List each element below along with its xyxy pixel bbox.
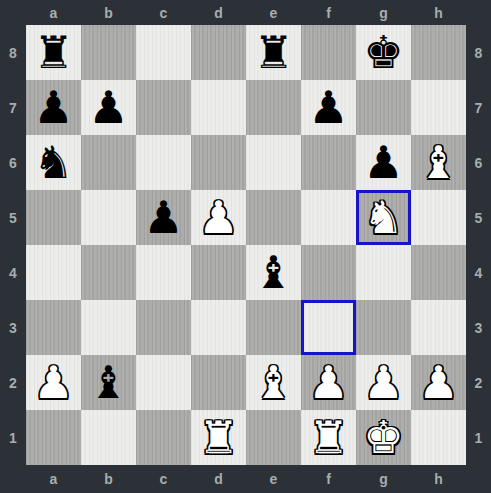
square-f2[interactable]: ♟ xyxy=(301,355,356,410)
square-h7[interactable] xyxy=(411,80,466,135)
square-b1[interactable] xyxy=(81,410,136,465)
rank-label-right-2: 2 xyxy=(466,375,491,391)
rank-label-left-2: 2 xyxy=(0,375,26,391)
rank-label-right-7: 7 xyxy=(466,100,491,116)
black-pawn-c5[interactable]: ♟ xyxy=(136,190,191,245)
black-bishop-b2[interactable]: ♝ xyxy=(81,355,136,410)
square-d5[interactable]: ♟ xyxy=(191,190,246,245)
white-king-g1[interactable]: ♚ xyxy=(356,410,411,465)
square-f3[interactable] xyxy=(301,300,356,355)
file-labels-bottom: abcdefgh xyxy=(26,465,466,493)
square-h2[interactable]: ♟ xyxy=(411,355,466,410)
black-bishop-e4[interactable]: ♝ xyxy=(246,245,301,300)
frame-corner xyxy=(466,465,491,493)
square-b7[interactable]: ♟ xyxy=(81,80,136,135)
square-h3[interactable] xyxy=(411,300,466,355)
frame-corner xyxy=(466,0,491,25)
square-f5[interactable] xyxy=(301,190,356,245)
rank-label-left-6: 6 xyxy=(0,155,26,171)
square-h4[interactable] xyxy=(411,245,466,300)
square-d7[interactable] xyxy=(191,80,246,135)
square-f4[interactable] xyxy=(301,245,356,300)
white-rook-f1[interactable]: ♜ xyxy=(301,410,356,465)
black-pawn-g6[interactable]: ♟ xyxy=(356,135,411,190)
black-rook-a8[interactable]: ♜ xyxy=(26,25,81,80)
file-label-top-d: d xyxy=(191,5,246,21)
square-e6[interactable] xyxy=(246,135,301,190)
square-a8[interactable]: ♜ xyxy=(26,25,81,80)
square-b5[interactable] xyxy=(81,190,136,245)
file-label-top-h: h xyxy=(411,5,466,21)
file-label-top-a: a xyxy=(26,5,81,21)
file-label-bottom-e: e xyxy=(246,471,301,487)
square-h5[interactable] xyxy=(411,190,466,245)
file-label-bottom-b: b xyxy=(81,471,136,487)
square-e8[interactable]: ♜ xyxy=(246,25,301,80)
square-c6[interactable] xyxy=(136,135,191,190)
rank-label-right-5: 5 xyxy=(466,210,491,226)
square-c7[interactable] xyxy=(136,80,191,135)
square-c3[interactable] xyxy=(136,300,191,355)
square-a7[interactable]: ♟ xyxy=(26,80,81,135)
square-h8[interactable] xyxy=(411,25,466,80)
square-g1[interactable]: ♚ xyxy=(356,410,411,465)
black-king-g8[interactable]: ♚ xyxy=(356,25,411,80)
white-pawn-a2[interactable]: ♟ xyxy=(26,355,81,410)
chess-board: ♜♜♚♟♟♟♞♟♝♟♟♞♝♟♝♝♟♟♟♜♜♚ xyxy=(26,25,466,465)
square-c4[interactable] xyxy=(136,245,191,300)
square-c8[interactable] xyxy=(136,25,191,80)
square-d1[interactable]: ♜ xyxy=(191,410,246,465)
rank-label-left-1: 1 xyxy=(0,430,26,446)
file-label-bottom-f: f xyxy=(301,471,356,487)
file-label-bottom-a: a xyxy=(26,471,81,487)
rank-labels-right: 87654321 xyxy=(466,25,491,465)
rank-labels-left: 87654321 xyxy=(0,25,26,465)
file-label-bottom-h: h xyxy=(411,471,466,487)
rank-label-right-8: 8 xyxy=(466,45,491,61)
file-label-bottom-d: d xyxy=(191,471,246,487)
square-b2[interactable]: ♝ xyxy=(81,355,136,410)
square-b3[interactable] xyxy=(81,300,136,355)
square-b4[interactable] xyxy=(81,245,136,300)
file-label-top-f: f xyxy=(301,5,356,21)
square-g6[interactable]: ♟ xyxy=(356,135,411,190)
square-e1[interactable] xyxy=(246,410,301,465)
square-e7[interactable] xyxy=(246,80,301,135)
rank-label-left-4: 4 xyxy=(0,265,26,281)
frame-corner xyxy=(0,465,26,493)
square-g4[interactable] xyxy=(356,245,411,300)
black-pawn-b7[interactable]: ♟ xyxy=(81,80,136,135)
file-label-top-b: b xyxy=(81,5,136,21)
rank-label-right-3: 3 xyxy=(466,320,491,336)
square-b8[interactable] xyxy=(81,25,136,80)
square-d4[interactable] xyxy=(191,245,246,300)
frame-corner xyxy=(0,0,26,25)
square-c5[interactable]: ♟ xyxy=(136,190,191,245)
file-label-bottom-c: c xyxy=(136,471,191,487)
rank-label-left-7: 7 xyxy=(0,100,26,116)
file-label-top-g: g xyxy=(356,5,411,21)
square-d6[interactable] xyxy=(191,135,246,190)
square-b6[interactable] xyxy=(81,135,136,190)
square-a6[interactable]: ♞ xyxy=(26,135,81,190)
white-bishop-h6[interactable]: ♝ xyxy=(411,135,466,190)
square-g3[interactable] xyxy=(356,300,411,355)
square-g8[interactable]: ♚ xyxy=(356,25,411,80)
square-d8[interactable] xyxy=(191,25,246,80)
rank-label-left-8: 8 xyxy=(0,45,26,61)
square-a4[interactable] xyxy=(26,245,81,300)
rank-label-left-5: 5 xyxy=(0,210,26,226)
white-pawn-f2[interactable]: ♟ xyxy=(301,355,356,410)
square-e4[interactable]: ♝ xyxy=(246,245,301,300)
black-knight-a6[interactable]: ♞ xyxy=(26,135,81,190)
file-label-bottom-g: g xyxy=(356,471,411,487)
square-d3[interactable] xyxy=(191,300,246,355)
square-c1[interactable] xyxy=(136,410,191,465)
black-rook-e8[interactable]: ♜ xyxy=(246,25,301,80)
black-pawn-f7[interactable]: ♟ xyxy=(301,80,356,135)
square-a3[interactable] xyxy=(26,300,81,355)
square-g5[interactable]: ♞ xyxy=(356,190,411,245)
chess-app-window: abcdefgh 87654321 ♜♜♚♟♟♟♞♟♝♟♟♞♝♟♝♝♟♟♟♜♜♚… xyxy=(0,0,491,493)
rank-label-right-6: 6 xyxy=(466,155,491,171)
square-e5[interactable] xyxy=(246,190,301,245)
square-e3[interactable] xyxy=(246,300,301,355)
rank-label-left-3: 3 xyxy=(0,320,26,336)
square-f7[interactable]: ♟ xyxy=(301,80,356,135)
file-label-top-c: c xyxy=(136,5,191,21)
square-a1[interactable] xyxy=(26,410,81,465)
square-f1[interactable]: ♜ xyxy=(301,410,356,465)
square-h1[interactable] xyxy=(411,410,466,465)
white-pawn-h2[interactable]: ♟ xyxy=(411,355,466,410)
square-g7[interactable] xyxy=(356,80,411,135)
white-bishop-e2[interactable]: ♝ xyxy=(246,355,301,410)
rank-label-right-1: 1 xyxy=(466,430,491,446)
white-pawn-g2[interactable]: ♟ xyxy=(356,355,411,410)
square-g2[interactable]: ♟ xyxy=(356,355,411,410)
square-d2[interactable] xyxy=(191,355,246,410)
white-knight-g5[interactable]: ♞ xyxy=(356,190,411,245)
file-label-top-e: e xyxy=(246,5,301,21)
black-pawn-a7[interactable]: ♟ xyxy=(26,80,81,135)
square-f8[interactable] xyxy=(301,25,356,80)
square-a5[interactable] xyxy=(26,190,81,245)
rank-label-right-4: 4 xyxy=(466,265,491,281)
square-h6[interactable]: ♝ xyxy=(411,135,466,190)
square-c2[interactable] xyxy=(136,355,191,410)
square-f6[interactable] xyxy=(301,135,356,190)
white-pawn-d5[interactable]: ♟ xyxy=(191,190,246,245)
white-rook-d1[interactable]: ♜ xyxy=(191,410,246,465)
file-labels-top: abcdefgh xyxy=(26,0,466,25)
square-e2[interactable]: ♝ xyxy=(246,355,301,410)
square-a2[interactable]: ♟ xyxy=(26,355,81,410)
